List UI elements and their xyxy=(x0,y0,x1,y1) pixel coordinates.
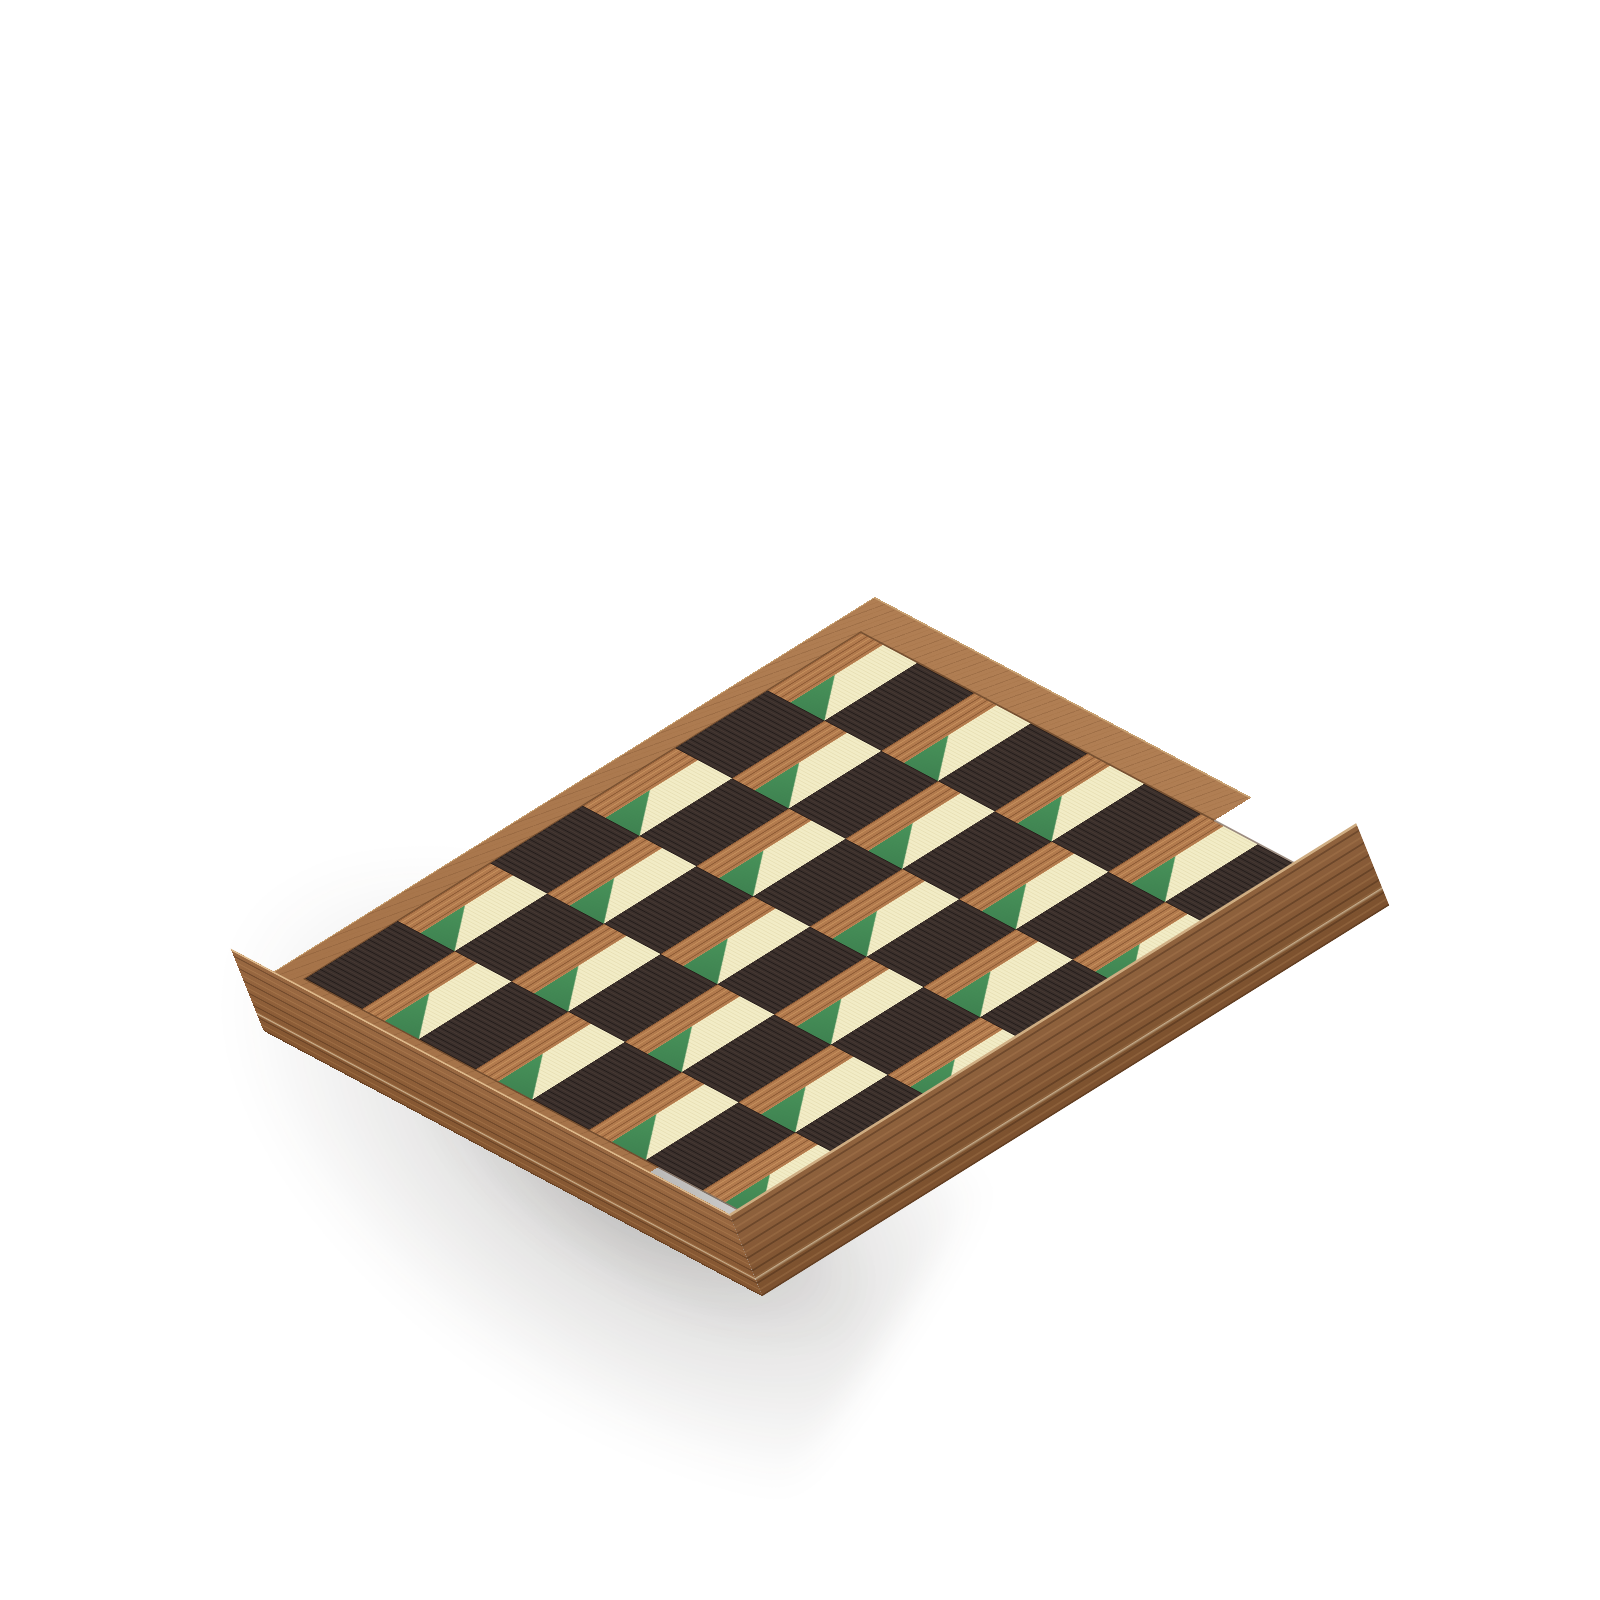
green-wedge-face xyxy=(625,984,774,1072)
oak-grain-face xyxy=(1108,814,1257,902)
maple-light-face xyxy=(738,1045,887,1133)
green-wedge-face xyxy=(923,929,1072,1017)
board-cell-prism-r0c6 xyxy=(1108,814,1257,902)
board-cell-prism-r3c5 xyxy=(774,957,923,1045)
maple-light-face xyxy=(1108,814,1257,902)
oak-grain-face xyxy=(738,1045,887,1133)
oak-grain-face xyxy=(625,984,774,1072)
green-wedge-face xyxy=(774,957,923,1045)
board-cell-wenge-r5c6 xyxy=(646,1102,795,1190)
maple-light-face xyxy=(589,1072,738,1160)
maple-light-face xyxy=(625,984,774,1072)
green-wedge-face xyxy=(738,1045,887,1133)
oak-grain-face xyxy=(923,929,1072,1017)
oak-grain-face xyxy=(589,1072,738,1160)
board-cell-wenge-r5c4 xyxy=(532,1042,681,1130)
board-cell-wenge-r2c5 xyxy=(867,899,1016,987)
maple-light-face xyxy=(923,929,1072,1017)
board-cell-prism-r4c6 xyxy=(738,1045,887,1133)
board-cell-prism-r5c5 xyxy=(589,1072,738,1160)
board-cell-wenge-r3c6 xyxy=(831,987,980,1075)
green-wedge-face xyxy=(589,1072,738,1160)
board-cell-wenge-r1c6 xyxy=(1016,872,1165,960)
maple-light-face xyxy=(774,957,923,1045)
board-cell-prism-r2c6 xyxy=(923,929,1072,1017)
green-wedge-face xyxy=(1108,814,1257,902)
oak-grain-face xyxy=(774,957,923,1045)
board-cell-prism-r4c4 xyxy=(625,984,774,1072)
product-photo-white-background: { "game": "backgammon (closed wooden tra… xyxy=(0,0,1600,1600)
board-cell-wenge-r4c5 xyxy=(682,1014,831,1102)
